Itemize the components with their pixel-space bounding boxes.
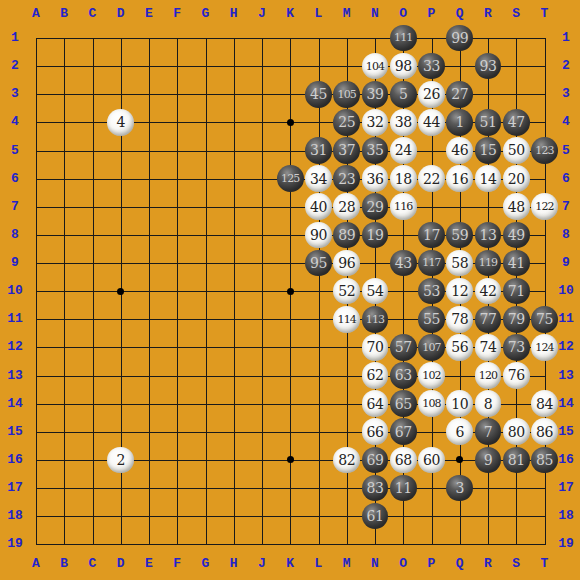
stone-S8[interactable]: 49 (503, 222, 530, 249)
stone-P9[interactable]: 117 (418, 250, 445, 277)
stone-O14[interactable]: 65 (390, 390, 417, 417)
stone-Q9[interactable]: 58 (446, 250, 473, 277)
stone-D4[interactable]: 4 (107, 109, 134, 136)
stone-O1[interactable]: 111 (390, 25, 417, 52)
move-number: 84 (536, 396, 553, 412)
col-label-bottom-H: H (223, 557, 245, 570)
stone-Q11[interactable]: 78 (446, 306, 473, 333)
move-number: 66 (367, 424, 384, 440)
move-number: 19 (367, 227, 384, 243)
move-number: 98 (395, 58, 412, 74)
move-number: 49 (508, 227, 525, 243)
stone-P3[interactable]: 26 (418, 81, 445, 108)
stone-N3[interactable]: 39 (362, 81, 389, 108)
move-number: 12 (451, 283, 468, 299)
move-number: 116 (394, 200, 413, 213)
move-number: 61 (367, 508, 384, 524)
stone-S12[interactable]: 73 (503, 334, 530, 361)
move-number: 32 (367, 114, 384, 130)
move-number: 26 (423, 86, 440, 102)
col-label-top-G: G (195, 7, 217, 20)
stone-T5[interactable]: 123 (531, 137, 558, 164)
col-label-bottom-L: L (308, 557, 330, 570)
stone-R14[interactable]: 8 (475, 390, 502, 417)
col-label-top-N: N (364, 7, 386, 20)
stone-R13[interactable]: 120 (475, 362, 502, 389)
move-number: 74 (480, 339, 497, 355)
col-label-top-L: L (308, 7, 330, 20)
col-label-bottom-Q: Q (449, 557, 471, 570)
stone-O2[interactable]: 98 (390, 53, 417, 80)
move-number: 51 (480, 114, 497, 130)
stone-T14[interactable]: 84 (531, 390, 558, 417)
move-number: 89 (338, 227, 355, 243)
move-number: 125 (281, 172, 300, 185)
move-number: 108 (422, 397, 441, 410)
stone-L7[interactable]: 40 (305, 193, 332, 220)
move-number: 122 (535, 200, 554, 213)
move-number: 27 (451, 86, 468, 102)
move-number: 114 (337, 313, 356, 326)
col-label-bottom-F: F (166, 557, 188, 570)
stone-P6[interactable]: 22 (418, 165, 445, 192)
stone-Q4[interactable]: 1 (446, 109, 473, 136)
stone-Q12[interactable]: 56 (446, 334, 473, 361)
stone-S5[interactable]: 50 (503, 137, 530, 164)
stone-P8[interactable]: 17 (418, 222, 445, 249)
stone-M11[interactable]: 114 (333, 306, 360, 333)
stone-Q14[interactable]: 10 (446, 390, 473, 417)
move-number: 22 (423, 171, 440, 187)
stone-O17[interactable]: 11 (390, 475, 417, 502)
stone-M4[interactable]: 25 (333, 109, 360, 136)
stone-P4[interactable]: 44 (418, 109, 445, 136)
stone-S11[interactable]: 79 (503, 306, 530, 333)
move-number: 85 (536, 452, 553, 468)
col-label-top-R: R (477, 7, 499, 20)
stone-N4[interactable]: 32 (362, 109, 389, 136)
col-label-bottom-R: R (477, 557, 499, 570)
move-number: 17 (423, 227, 440, 243)
move-number: 37 (338, 142, 355, 158)
stone-S13[interactable]: 76 (503, 362, 530, 389)
stone-L5[interactable]: 31 (305, 137, 332, 164)
stone-O4[interactable]: 38 (390, 109, 417, 136)
stone-L8[interactable]: 90 (305, 222, 332, 249)
move-number: 60 (423, 452, 440, 468)
move-number: 40 (310, 199, 327, 215)
stone-Q1[interactable]: 99 (446, 25, 473, 52)
move-number: 70 (367, 339, 384, 355)
stone-N17[interactable]: 83 (362, 475, 389, 502)
stone-O3[interactable]: 5 (390, 81, 417, 108)
stone-M8[interactable]: 89 (333, 222, 360, 249)
move-number: 13 (480, 227, 497, 243)
move-number: 99 (451, 30, 468, 46)
col-label-bottom-D: D (110, 557, 132, 570)
stone-T15[interactable]: 86 (531, 418, 558, 445)
stone-Q6[interactable]: 16 (446, 165, 473, 192)
move-number: 42 (480, 283, 497, 299)
move-number: 4 (117, 114, 125, 130)
stone-R9[interactable]: 119 (475, 250, 502, 277)
move-number: 64 (367, 396, 384, 412)
stone-R6[interactable]: 14 (475, 165, 502, 192)
stone-N13[interactable]: 62 (362, 362, 389, 389)
stone-O15[interactable]: 67 (390, 418, 417, 445)
stone-M16[interactable]: 82 (333, 447, 360, 474)
stone-T16[interactable]: 85 (531, 447, 558, 474)
col-label-bottom-E: E (138, 557, 160, 570)
move-number: 58 (451, 255, 468, 271)
stone-T12[interactable]: 124 (531, 334, 558, 361)
stone-D16[interactable]: 2 (107, 447, 134, 474)
col-label-top-K: K (279, 7, 301, 20)
stone-O12[interactable]: 57 (390, 334, 417, 361)
stone-P13[interactable]: 102 (418, 362, 445, 389)
move-number: 90 (310, 227, 327, 243)
col-label-top-F: F (166, 7, 188, 20)
move-number: 82 (338, 452, 355, 468)
stone-N8[interactable]: 19 (362, 222, 389, 249)
move-number: 34 (310, 171, 327, 187)
stone-S9[interactable]: 41 (503, 250, 530, 277)
stone-N14[interactable]: 64 (362, 390, 389, 417)
move-number: 120 (479, 369, 498, 382)
stone-N6[interactable]: 36 (362, 165, 389, 192)
col-label-top-E: E (138, 7, 160, 20)
move-number: 86 (536, 424, 553, 440)
move-number: 9 (484, 452, 492, 468)
stone-M6[interactable]: 23 (333, 165, 360, 192)
move-number: 11 (395, 480, 412, 496)
stone-S7[interactable]: 48 (503, 193, 530, 220)
move-number: 80 (508, 424, 525, 440)
stone-R16[interactable]: 9 (475, 447, 502, 474)
stone-Q3[interactable]: 27 (446, 81, 473, 108)
stone-Q15[interactable]: 6 (446, 418, 473, 445)
move-number: 105 (337, 88, 356, 101)
col-label-bottom-G: G (195, 557, 217, 570)
stone-M9[interactable]: 96 (333, 250, 360, 277)
move-number: 14 (480, 171, 497, 187)
col-label-bottom-T: T (534, 557, 556, 570)
move-number: 1 (456, 114, 464, 130)
stone-P14[interactable]: 108 (418, 390, 445, 417)
stone-M5[interactable]: 37 (333, 137, 360, 164)
stone-R12[interactable]: 74 (475, 334, 502, 361)
stone-L9[interactable]: 95 (305, 250, 332, 277)
stone-M7[interactable]: 28 (333, 193, 360, 220)
col-label-bottom-J: J (251, 557, 273, 570)
move-number: 52 (338, 283, 355, 299)
stone-R11[interactable]: 77 (475, 306, 502, 333)
move-number: 3 (456, 480, 464, 496)
stone-O6[interactable]: 18 (390, 165, 417, 192)
col-label-bottom-P: P (421, 557, 443, 570)
stone-N18[interactable]: 61 (362, 503, 389, 530)
stone-Q10[interactable]: 12 (446, 278, 473, 305)
move-number: 24 (395, 142, 412, 158)
move-number: 78 (451, 311, 468, 327)
stone-L3[interactable]: 45 (305, 81, 332, 108)
move-number: 25 (338, 114, 355, 130)
col-label-bottom-S: S (505, 557, 527, 570)
move-number: 43 (395, 255, 412, 271)
col-label-bottom-N: N (364, 557, 386, 570)
stone-O7[interactable]: 116 (390, 193, 417, 220)
stone-S10[interactable]: 71 (503, 278, 530, 305)
stone-M3[interactable]: 105 (333, 81, 360, 108)
stone-grid: 1119910498339345105395262742532384415147… (22, 24, 559, 559)
move-number: 5 (399, 86, 407, 102)
stone-N5[interactable]: 35 (362, 137, 389, 164)
stone-Q5[interactable]: 46 (446, 137, 473, 164)
stone-N11[interactable]: 113 (362, 306, 389, 333)
move-number: 59 (451, 227, 468, 243)
move-number: 111 (394, 31, 413, 44)
move-number: 47 (508, 114, 525, 130)
move-number: 20 (508, 171, 525, 187)
move-number: 18 (395, 171, 412, 187)
move-number: 95 (310, 255, 327, 271)
stone-N15[interactable]: 66 (362, 418, 389, 445)
move-number: 45 (310, 86, 327, 102)
move-number: 76 (508, 367, 525, 383)
stone-S16[interactable]: 81 (503, 447, 530, 474)
move-number: 77 (480, 311, 497, 327)
move-number: 113 (366, 313, 385, 326)
col-label-bottom-B: B (53, 557, 75, 570)
stone-S6[interactable]: 20 (503, 165, 530, 192)
col-label-top-J: J (251, 7, 273, 20)
stone-Q8[interactable]: 59 (446, 222, 473, 249)
move-number: 65 (395, 396, 412, 412)
move-number: 124 (535, 341, 554, 354)
stone-O9[interactable]: 43 (390, 250, 417, 277)
move-number: 23 (338, 171, 355, 187)
move-number: 123 (535, 144, 554, 157)
move-number: 73 (508, 339, 525, 355)
move-number: 96 (338, 255, 355, 271)
stone-P11[interactable]: 55 (418, 306, 445, 333)
move-number: 68 (395, 452, 412, 468)
move-number: 75 (536, 311, 553, 327)
move-number: 117 (422, 256, 441, 269)
move-number: 48 (508, 199, 525, 215)
stone-Q17[interactable]: 3 (446, 475, 473, 502)
move-number: 35 (367, 142, 384, 158)
move-number: 46 (451, 142, 468, 158)
stone-R4[interactable]: 51 (475, 109, 502, 136)
move-number: 31 (310, 142, 327, 158)
col-label-bottom-M: M (336, 557, 358, 570)
move-number: 7 (484, 424, 492, 440)
stone-S15[interactable]: 80 (503, 418, 530, 445)
move-number: 15 (480, 142, 497, 158)
move-number: 16 (451, 171, 468, 187)
move-number: 41 (508, 255, 525, 271)
stone-R2[interactable]: 93 (475, 53, 502, 80)
stone-R15[interactable]: 7 (475, 418, 502, 445)
move-number: 29 (367, 199, 384, 215)
col-label-bottom-O: O (392, 557, 414, 570)
col-label-top-D: D (110, 7, 132, 20)
move-number: 6 (456, 424, 464, 440)
move-number: 83 (367, 480, 384, 496)
move-number: 38 (395, 114, 412, 130)
move-number: 2 (117, 452, 125, 468)
stone-S4[interactable]: 47 (503, 109, 530, 136)
move-number: 54 (367, 283, 384, 299)
col-label-top-Q: Q (449, 7, 471, 20)
move-number: 107 (422, 341, 441, 354)
go-board: AABBCCDDEEFFGGHHJJKKLLMMNNOOPPQQRRSSTT11… (0, 0, 580, 580)
stone-R10[interactable]: 42 (475, 278, 502, 305)
stone-O16[interactable]: 68 (390, 447, 417, 474)
stone-P2[interactable]: 33 (418, 53, 445, 80)
stone-P10[interactable]: 53 (418, 278, 445, 305)
move-number: 102 (422, 369, 441, 382)
move-number: 50 (508, 142, 525, 158)
stone-M10[interactable]: 52 (333, 278, 360, 305)
col-label-top-O: O (392, 7, 414, 20)
move-number: 69 (367, 452, 384, 468)
move-number: 119 (479, 256, 498, 269)
move-number: 57 (395, 339, 412, 355)
move-number: 53 (423, 283, 440, 299)
col-label-top-B: B (53, 7, 75, 20)
stone-T11[interactable]: 75 (531, 306, 558, 333)
stone-O5[interactable]: 24 (390, 137, 417, 164)
move-number: 63 (395, 367, 412, 383)
col-label-bottom-K: K (279, 557, 301, 570)
col-label-top-P: P (421, 7, 443, 20)
move-number: 44 (423, 114, 440, 130)
stone-N7[interactable]: 29 (362, 193, 389, 220)
move-number: 39 (367, 86, 384, 102)
stone-P12[interactable]: 107 (418, 334, 445, 361)
stone-R8[interactable]: 13 (475, 222, 502, 249)
move-number: 81 (508, 452, 525, 468)
move-number: 79 (508, 311, 525, 327)
stone-P16[interactable]: 60 (418, 447, 445, 474)
stone-L6[interactable]: 34 (305, 165, 332, 192)
move-number: 93 (480, 58, 497, 74)
col-label-bottom-C: C (82, 557, 104, 570)
col-label-top-C: C (82, 7, 104, 20)
col-label-top-S: S (505, 7, 527, 20)
move-number: 28 (338, 199, 355, 215)
stone-O13[interactable]: 63 (390, 362, 417, 389)
col-label-top-T: T (534, 7, 556, 20)
move-number: 36 (367, 171, 384, 187)
stone-K6[interactable]: 125 (277, 165, 304, 192)
move-number: 33 (423, 58, 440, 74)
col-label-top-A: A (25, 7, 47, 20)
move-number: 71 (508, 283, 525, 299)
col-label-top-H: H (223, 7, 245, 20)
stone-R5[interactable]: 15 (475, 137, 502, 164)
move-number: 67 (395, 424, 412, 440)
move-number: 56 (451, 339, 468, 355)
move-number: 104 (366, 60, 385, 73)
move-number: 8 (484, 396, 492, 412)
col-label-bottom-A: A (25, 557, 47, 570)
stone-N16[interactable]: 69 (362, 447, 389, 474)
stone-N12[interactable]: 70 (362, 334, 389, 361)
stone-N10[interactable]: 54 (362, 278, 389, 305)
stone-N2[interactable]: 104 (362, 53, 389, 80)
col-label-top-M: M (336, 7, 358, 20)
move-number: 55 (423, 311, 440, 327)
move-number: 10 (451, 396, 468, 412)
move-number: 62 (367, 367, 384, 383)
stone-T7[interactable]: 122 (531, 193, 558, 220)
